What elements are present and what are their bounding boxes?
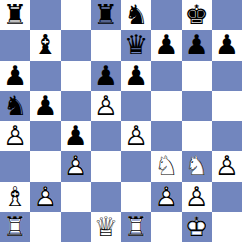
- square-e5[interactable]: [121, 91, 151, 121]
- black-pawn-icon: ♟: [91, 61, 121, 91]
- black-queen-icon: ♛: [121, 30, 151, 60]
- black-king-icon: ♚: [182, 0, 212, 30]
- square-c1[interactable]: [61, 212, 91, 242]
- white-pawn-icon: ♟♙: [182, 182, 212, 212]
- square-a8[interactable]: ♜: [0, 0, 30, 30]
- square-b2[interactable]: ♟♙: [30, 182, 60, 212]
- square-a4[interactable]: ♟♙: [0, 121, 30, 151]
- square-e1[interactable]: ♜♖: [121, 212, 151, 242]
- square-e8[interactable]: ♞: [121, 0, 151, 30]
- piece-glyph-outline: ♕: [91, 212, 121, 242]
- square-h2[interactable]: [212, 182, 242, 212]
- piece-glyph-outline: ♙: [30, 182, 60, 212]
- white-bishop-icon: ♝♗: [0, 182, 30, 212]
- square-d3[interactable]: [91, 151, 121, 181]
- square-d8[interactable]: ♜: [91, 0, 121, 30]
- white-pawn-icon: ♟♙: [212, 151, 242, 181]
- square-h3[interactable]: ♟♙: [212, 151, 242, 181]
- square-h5[interactable]: [212, 91, 242, 121]
- square-b6[interactable]: [30, 61, 60, 91]
- square-d2[interactable]: [91, 182, 121, 212]
- black-pawn-icon: ♟: [151, 30, 181, 60]
- black-knight-icon: ♞: [0, 91, 30, 121]
- white-knight-icon: ♞♘: [182, 151, 212, 181]
- chess-board: ♜♜♞♚♝♛♟♟♟♟♟♟♞♟♟♙♟♙♟♟♙♟♙♞♘♞♘♟♙♝♗♟♙♟♙♟♙♜♖♛…: [0, 0, 242, 242]
- white-pawn-icon: ♟♙: [91, 91, 121, 121]
- white-rook-icon: ♜♖: [0, 212, 30, 242]
- piece-glyph-outline: ♙: [182, 182, 212, 212]
- square-g5[interactable]: [182, 91, 212, 121]
- square-d6[interactable]: ♟: [91, 61, 121, 91]
- white-pawn-icon: ♟♙: [151, 182, 181, 212]
- piece-glyph-outline: ♔: [182, 212, 212, 242]
- black-pawn-icon: ♟: [121, 61, 151, 91]
- square-f7[interactable]: ♟: [151, 30, 181, 60]
- square-b3[interactable]: [30, 151, 60, 181]
- square-g1[interactable]: ♚♔: [182, 212, 212, 242]
- square-h4[interactable]: [212, 121, 242, 151]
- piece-glyph-outline: ♘: [151, 151, 181, 181]
- white-pawn-icon: ♟♙: [0, 121, 30, 151]
- square-e7[interactable]: ♛: [121, 30, 151, 60]
- chess-board-wrapper: ♜♜♞♚♝♛♟♟♟♟♟♟♞♟♟♙♟♙♟♟♙♟♙♞♘♞♘♟♙♝♗♟♙♟♙♟♙♜♖♛…: [0, 0, 242, 242]
- white-queen-icon: ♛♕: [91, 212, 121, 242]
- square-a2[interactable]: ♝♗: [0, 182, 30, 212]
- square-d5[interactable]: ♟♙: [91, 91, 121, 121]
- square-c7[interactable]: [61, 30, 91, 60]
- piece-glyph-fill: ♟: [0, 61, 30, 91]
- black-pawn-icon: ♟: [182, 30, 212, 60]
- piece-glyph-outline: ♙: [91, 91, 121, 121]
- square-h6[interactable]: [212, 61, 242, 91]
- square-f6[interactable]: [151, 61, 181, 91]
- piece-glyph-outline: ♙: [151, 182, 181, 212]
- square-f4[interactable]: [151, 121, 181, 151]
- square-a6[interactable]: ♟: [0, 61, 30, 91]
- square-f5[interactable]: [151, 91, 181, 121]
- black-pawn-icon: ♟: [212, 30, 242, 60]
- square-e6[interactable]: ♟: [121, 61, 151, 91]
- square-g7[interactable]: ♟: [182, 30, 212, 60]
- square-f1[interactable]: [151, 212, 181, 242]
- piece-glyph-fill: ♟: [212, 30, 242, 60]
- square-a1[interactable]: ♜♖: [0, 212, 30, 242]
- piece-glyph-outline: ♙: [121, 121, 151, 151]
- square-c8[interactable]: [61, 0, 91, 30]
- piece-glyph-outline: ♙: [0, 121, 30, 151]
- black-pawn-icon: ♟: [61, 121, 91, 151]
- white-knight-icon: ♞♘: [151, 151, 181, 181]
- square-c6[interactable]: [61, 61, 91, 91]
- piece-glyph-outline: ♙: [61, 151, 91, 181]
- square-b5[interactable]: ♟: [30, 91, 60, 121]
- piece-glyph-fill: ♟: [151, 30, 181, 60]
- square-a5[interactable]: ♞: [0, 91, 30, 121]
- black-rook-icon: ♜: [91, 0, 121, 30]
- white-pawn-icon: ♟♙: [30, 182, 60, 212]
- square-c2[interactable]: [61, 182, 91, 212]
- piece-glyph-outline: ♖: [0, 212, 30, 242]
- square-g8[interactable]: ♚: [182, 0, 212, 30]
- square-g2[interactable]: ♟♙: [182, 182, 212, 212]
- piece-glyph-fill: ♝: [30, 30, 60, 60]
- black-bishop-icon: ♝: [30, 30, 60, 60]
- piece-glyph-fill: ♞: [0, 91, 30, 121]
- black-pawn-icon: ♟: [30, 91, 60, 121]
- piece-glyph-outline: ♖: [121, 212, 151, 242]
- piece-glyph-fill: ♜: [91, 0, 121, 30]
- piece-glyph-fill: ♟: [121, 61, 151, 91]
- square-e3[interactable]: [121, 151, 151, 181]
- square-b1[interactable]: [30, 212, 60, 242]
- white-rook-icon: ♜♖: [121, 212, 151, 242]
- square-f8[interactable]: [151, 0, 181, 30]
- square-b7[interactable]: ♝: [30, 30, 60, 60]
- piece-glyph-fill: ♚: [182, 0, 212, 30]
- black-knight-icon: ♞: [121, 0, 151, 30]
- square-g4[interactable]: [182, 121, 212, 151]
- piece-glyph-outline: ♗: [0, 182, 30, 212]
- square-c3[interactable]: ♟♙: [61, 151, 91, 181]
- square-d1[interactable]: ♛♕: [91, 212, 121, 242]
- black-rook-icon: ♜: [0, 0, 30, 30]
- white-king-icon: ♚♔: [182, 212, 212, 242]
- piece-glyph-outline: ♘: [182, 151, 212, 181]
- square-f3[interactable]: ♞♘: [151, 151, 181, 181]
- white-pawn-icon: ♟♙: [121, 121, 151, 151]
- square-g6[interactable]: [182, 61, 212, 91]
- square-c5[interactable]: [61, 91, 91, 121]
- piece-glyph-fill: ♞: [121, 0, 151, 30]
- piece-glyph-fill: ♜: [0, 0, 30, 30]
- square-d4[interactable]: [91, 121, 121, 151]
- square-a7[interactable]: [0, 30, 30, 60]
- piece-glyph-fill: ♟: [91, 61, 121, 91]
- square-e4[interactable]: ♟♙: [121, 121, 151, 151]
- square-b8[interactable]: [30, 0, 60, 30]
- piece-glyph-fill: ♟: [30, 91, 60, 121]
- square-e2[interactable]: [121, 182, 151, 212]
- square-c4[interactable]: ♟: [61, 121, 91, 151]
- square-h7[interactable]: ♟: [212, 30, 242, 60]
- square-h1[interactable]: [212, 212, 242, 242]
- piece-glyph-fill: ♟: [61, 121, 91, 151]
- square-a3[interactable]: [0, 151, 30, 181]
- square-b4[interactable]: [30, 121, 60, 151]
- black-pawn-icon: ♟: [0, 61, 30, 91]
- square-f2[interactable]: ♟♙: [151, 182, 181, 212]
- square-h8[interactable]: [212, 0, 242, 30]
- piece-glyph-outline: ♙: [212, 151, 242, 181]
- square-d7[interactable]: [91, 30, 121, 60]
- piece-glyph-fill: ♛: [121, 30, 151, 60]
- white-pawn-icon: ♟♙: [61, 151, 91, 181]
- piece-glyph-fill: ♟: [182, 30, 212, 60]
- square-g3[interactable]: ♞♘: [182, 151, 212, 181]
